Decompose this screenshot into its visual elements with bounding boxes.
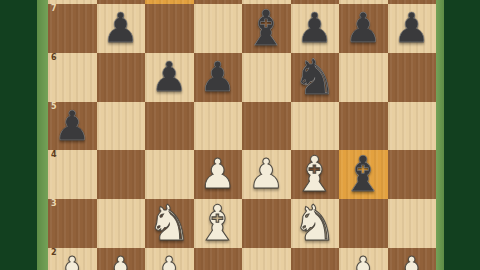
square-f4[interactable]: ♝ [291,150,340,199]
square-g4[interactable]: ♝ [339,150,388,199]
square-h3[interactable] [388,199,437,248]
white-knight-c3[interactable]: ♞ [147,199,191,248]
rank-label-4: 4 [51,151,57,159]
white-bishop-d3[interactable]: ♝ [196,199,240,248]
square-g3[interactable] [339,199,388,248]
square-b6[interactable] [97,53,146,102]
white-bishop-f4[interactable]: ♝ [293,150,337,199]
white-pawn-h2[interactable]: ♟ [393,252,430,270]
black-pawn-f7[interactable]: ♟ [296,8,333,49]
square-g7[interactable]: ♟ [339,4,388,53]
black-bishop-g4[interactable]: ♝ [341,150,385,199]
square-e3[interactable] [242,199,291,248]
square-c2[interactable]: ♟ [145,248,194,270]
black-pawn-g7[interactable]: ♟ [345,8,382,49]
square-e5[interactable] [242,102,291,150]
square-b2[interactable]: ♟ [97,248,146,270]
square-f6[interactable]: ♞ [291,53,340,102]
black-pawn-d6[interactable]: ♟ [199,57,236,98]
square-b5[interactable] [97,102,146,150]
white-pawn-a2[interactable]: ♟ [54,252,91,270]
square-a5[interactable]: 5♟ [48,102,97,150]
square-c4[interactable] [145,150,194,199]
square-h6[interactable] [388,53,437,102]
white-knight-f3[interactable]: ♞ [293,199,337,248]
white-pawn-c2[interactable]: ♟ [151,252,188,270]
rank-label-3: 3 [51,200,57,208]
white-pawn-g2[interactable]: ♟ [345,252,382,270]
square-a2[interactable]: 2♟ [48,248,97,270]
square-f3[interactable]: ♞ [291,199,340,248]
square-b3[interactable] [97,199,146,248]
square-b4[interactable] [97,150,146,199]
square-h7[interactable]: ♟ [388,4,437,53]
square-a3[interactable]: 3 [48,199,97,248]
black-pawn-b7[interactable]: ♟ [102,8,139,49]
black-knight-f6[interactable]: ♞ [293,53,337,102]
black-bishop-e7[interactable]: ♝ [244,4,288,53]
square-g2[interactable]: ♟ [339,248,388,270]
square-c6[interactable]: ♟ [145,53,194,102]
square-g5[interactable] [339,102,388,150]
square-c3[interactable]: ♞ [145,199,194,248]
square-d3[interactable]: ♝ [194,199,243,248]
board-edge-strip-right [436,0,444,270]
square-d7[interactable] [194,4,243,53]
black-pawn-c6[interactable]: ♟ [151,57,188,98]
rank-label-2: 2 [51,249,57,257]
square-a6[interactable]: 6 [48,53,97,102]
square-e7[interactable]: ♝ [242,4,291,53]
square-a4[interactable]: 4 [48,150,97,199]
square-f5[interactable] [291,102,340,150]
square-d5[interactable] [194,102,243,150]
square-h5[interactable] [388,102,437,150]
rank-label-6: 6 [51,54,57,62]
rank-label-7: 7 [51,5,57,13]
square-a7[interactable]: 7 [48,4,97,53]
square-e6[interactable] [242,53,291,102]
square-h4[interactable] [388,150,437,199]
square-c7[interactable] [145,4,194,53]
square-e4[interactable]: ♟ [242,150,291,199]
square-b7[interactable]: ♟ [97,4,146,53]
square-c5[interactable] [145,102,194,150]
table-background: 7♟♝♟♟♟6♟♟♞5♟4♟♟♝♝3♞♝♞2♟♟♟♟♟ [0,0,480,270]
square-g6[interactable] [339,53,388,102]
square-d6[interactable]: ♟ [194,53,243,102]
board-edge-strip-left [37,0,48,270]
white-pawn-b2[interactable]: ♟ [102,252,139,270]
white-pawn-e4[interactable]: ♟ [248,154,285,195]
square-h2[interactable]: ♟ [388,248,437,270]
square-d4[interactable]: ♟ [194,150,243,199]
white-pawn-d4[interactable]: ♟ [199,154,236,195]
chess-board: 7♟♝♟♟♟6♟♟♞5♟4♟♟♝♝3♞♝♞2♟♟♟♟♟ [48,0,436,270]
rank-label-5: 5 [51,103,57,111]
black-pawn-a5[interactable]: ♟ [54,106,91,147]
black-pawn-h7[interactable]: ♟ [393,8,430,49]
square-f7[interactable]: ♟ [291,4,340,53]
square-e2[interactable] [242,248,291,270]
